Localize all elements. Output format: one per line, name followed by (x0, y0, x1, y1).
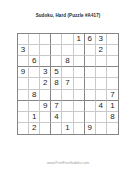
sudoku-grid: 1633268935287879741148219 (17, 33, 119, 135)
cell-r5c7 (85, 78, 96, 89)
cell-r1c6: 1 (74, 34, 85, 45)
cell-r4c9 (107, 67, 118, 78)
cell-r1c4 (51, 34, 62, 45)
cell-r2c3 (40, 45, 51, 56)
cell-r7c4: 7 (51, 101, 62, 112)
cell-r9c2: 2 (29, 123, 40, 134)
cell-r9c1 (18, 123, 29, 134)
cell-r8c9: 8 (107, 112, 118, 123)
cell-r1c9 (107, 34, 118, 45)
cell-r1c2 (29, 34, 40, 45)
cell-r1c3 (40, 34, 51, 45)
cell-r4c4: 5 (51, 67, 62, 78)
sudoku-page: { "game": "sudoku", "title": "Sudoku, Ha… (0, 0, 136, 176)
cell-r2c8: 2 (96, 45, 107, 56)
cell-r2c1: 3 (18, 45, 29, 56)
cell-r3c9 (107, 56, 118, 67)
cell-r5c5: 7 (62, 78, 73, 89)
cell-r3c5: 8 (62, 56, 73, 67)
cell-r5c2 (29, 78, 40, 89)
cell-r3c7 (85, 56, 96, 67)
cell-r8c1 (18, 112, 29, 123)
cell-r3c2: 6 (29, 56, 40, 67)
cell-r4c2 (29, 67, 40, 78)
cell-r9c5: 1 (62, 123, 73, 134)
cell-r7c5 (62, 101, 73, 112)
cell-r4c6 (74, 67, 85, 78)
cell-r1c8: 3 (96, 34, 107, 45)
cell-r5c8 (96, 78, 107, 89)
cell-r6c2: 8 (29, 90, 40, 101)
cell-r6c6 (74, 90, 85, 101)
cell-r4c1: 9 (18, 67, 29, 78)
cell-r9c3 (40, 123, 51, 134)
cell-r2c9 (107, 45, 118, 56)
cell-r4c3: 3 (40, 67, 51, 78)
cell-r9c8 (96, 123, 107, 134)
cell-r3c3 (40, 56, 51, 67)
cell-r3c4 (51, 56, 62, 67)
cell-r7c3: 9 (40, 101, 51, 112)
cell-r8c3 (40, 112, 51, 123)
cell-r5c4: 8 (51, 78, 62, 89)
cell-r1c5 (62, 34, 73, 45)
cell-r3c6 (74, 56, 85, 67)
cell-r6c7 (85, 90, 96, 101)
cell-r6c5 (62, 90, 73, 101)
cell-r3c8 (96, 56, 107, 67)
cell-r7c8: 4 (96, 101, 107, 112)
cell-r7c6 (74, 101, 85, 112)
cell-r8c2: 1 (29, 112, 40, 123)
cell-r2c4 (51, 45, 62, 56)
cell-r6c9: 7 (107, 90, 118, 101)
cell-r3c1 (18, 56, 29, 67)
cell-r5c6 (74, 78, 85, 89)
page-title: Sudoku, Hard (Puzzle #A417) (0, 13, 136, 18)
cell-r2c5 (62, 45, 73, 56)
cell-r7c9: 1 (107, 101, 118, 112)
cell-r7c2 (29, 101, 40, 112)
cell-r5c3: 2 (40, 78, 51, 89)
cell-r8c8 (96, 112, 107, 123)
cell-r1c7: 6 (85, 34, 96, 45)
cell-r9c7: 9 (85, 123, 96, 134)
cell-r6c3 (40, 90, 51, 101)
cell-r8c6 (74, 112, 85, 123)
cell-r7c7 (85, 101, 96, 112)
cell-r5c9 (107, 78, 118, 89)
cell-r2c7 (85, 45, 96, 56)
cell-r6c8 (96, 90, 107, 101)
cell-r4c8 (96, 67, 107, 78)
cell-r1c1 (18, 34, 29, 45)
cell-r6c4 (51, 90, 62, 101)
cell-r4c7 (85, 67, 96, 78)
cell-r6c1 (18, 90, 29, 101)
cell-r2c6 (74, 45, 85, 56)
cell-r4c5 (62, 67, 73, 78)
cell-r8c7 (85, 112, 96, 123)
footer-url: www.PrintFreeSudoku.com (0, 161, 136, 165)
cell-r8c5 (62, 112, 73, 123)
cell-r2c2 (29, 45, 40, 56)
cell-r5c1 (18, 78, 29, 89)
cell-r9c4 (51, 123, 62, 134)
cell-r7c1 (18, 101, 29, 112)
cell-r9c9 (107, 123, 118, 134)
cell-r9c6 (74, 123, 85, 134)
cell-r8c4: 4 (51, 112, 62, 123)
